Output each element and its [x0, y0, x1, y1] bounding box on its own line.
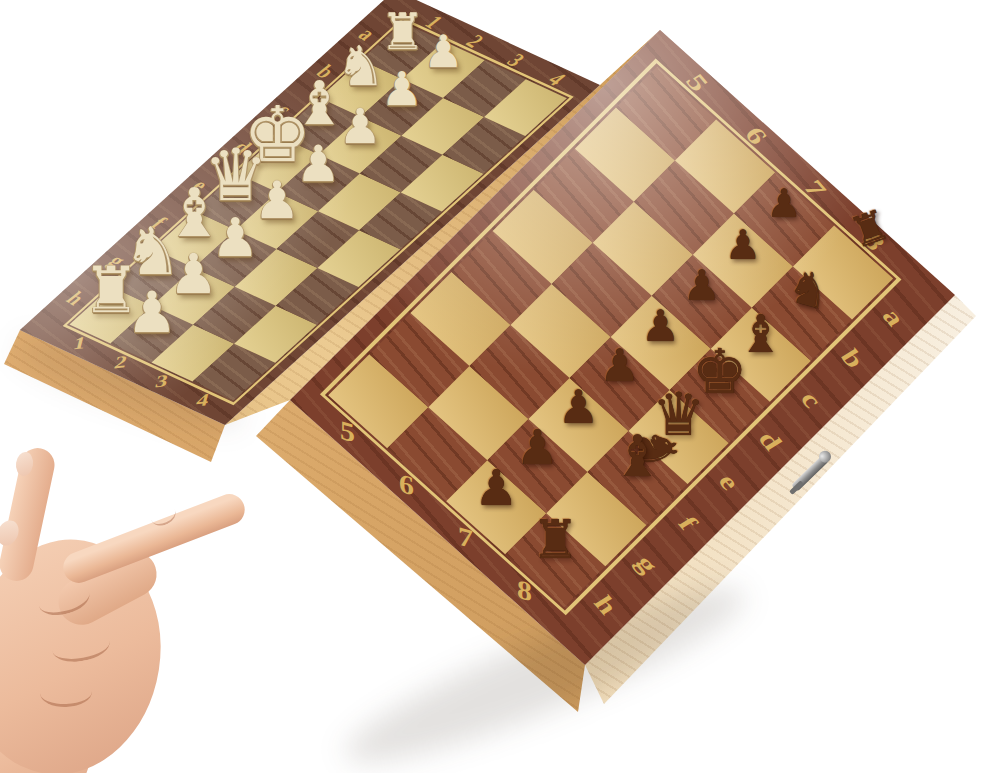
- piece-black-pawn-c7[interactable]: ♟: [683, 265, 721, 307]
- piece-black-pawn-a7[interactable]: ♟: [766, 185, 801, 224]
- clasp-hook: [789, 480, 804, 495]
- piece-white-pawn-a2[interactable]: ♟: [423, 30, 463, 75]
- piece-black-pawn-d7[interactable]: ♟: [641, 305, 680, 349]
- piece-white-pawn-d2[interactable]: ♟: [296, 139, 341, 189]
- piece-black-rook-h8[interactable]: ♜: [531, 513, 579, 566]
- piece-white-rook-a1[interactable]: ♜: [380, 6, 425, 56]
- piece-white-pawn-c2[interactable]: ♟: [338, 103, 381, 151]
- piece-black-pawn-e7[interactable]: ♟: [599, 344, 639, 389]
- piece-black-pawn-h7[interactable]: ♟: [474, 464, 518, 513]
- piece-white-pawn-e2[interactable]: ♟: [254, 175, 300, 227]
- piece-black-pawn-g7[interactable]: ♟: [516, 424, 559, 472]
- piece-black-pawn-f7[interactable]: ♟: [558, 384, 600, 430]
- piece-white-pawn-b2[interactable]: ♟: [381, 66, 423, 113]
- piece-black-bishop-f8[interactable]: ♝: [612, 428, 663, 485]
- piece-black-pawn-b7[interactable]: ♟: [725, 225, 761, 266]
- piece-white-pawn-h2[interactable]: ♟: [126, 284, 177, 341]
- chess-set-photo: 55667788hgfedcba 11223344hgfedcba ♜♞♝♚♛♝…: [0, 0, 1000, 773]
